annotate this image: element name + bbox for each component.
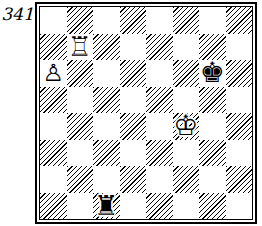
square-c2 bbox=[93, 166, 120, 193]
square-b8 bbox=[67, 7, 94, 34]
square-f8 bbox=[173, 7, 200, 34]
square-c4 bbox=[93, 113, 120, 140]
square-g3 bbox=[199, 140, 226, 167]
square-h2 bbox=[226, 166, 253, 193]
square-g7 bbox=[199, 34, 226, 61]
square-e3 bbox=[146, 140, 173, 167]
square-d5 bbox=[120, 87, 147, 114]
square-g8 bbox=[199, 7, 226, 34]
square-f6 bbox=[173, 60, 200, 87]
square-g4 bbox=[199, 113, 226, 140]
square-b6 bbox=[67, 60, 94, 87]
square-a1 bbox=[40, 193, 67, 220]
chess-diagram: 341 ♖♙♚♔♜ bbox=[0, 0, 262, 226]
square-c5 bbox=[93, 87, 120, 114]
square-f1 bbox=[173, 193, 200, 220]
square-d8 bbox=[120, 7, 147, 34]
square-e2 bbox=[146, 166, 173, 193]
square-h4 bbox=[226, 113, 253, 140]
square-g5 bbox=[199, 87, 226, 114]
square-e6 bbox=[146, 60, 173, 87]
square-e8 bbox=[146, 7, 173, 34]
square-b2 bbox=[67, 166, 94, 193]
diagram-number: 341 bbox=[1, 4, 34, 24]
chess-board: ♖♙♚♔♜ bbox=[40, 7, 252, 219]
square-h7 bbox=[226, 34, 253, 61]
square-b3 bbox=[67, 140, 94, 167]
board-inner-frame: ♖♙♚♔♜ bbox=[39, 6, 253, 220]
square-h8 bbox=[226, 7, 253, 34]
square-h3 bbox=[226, 140, 253, 167]
square-e1 bbox=[146, 193, 173, 220]
square-d1 bbox=[120, 193, 147, 220]
square-h5 bbox=[226, 87, 253, 114]
board-frame: ♖♙♚♔♜ bbox=[35, 2, 257, 224]
black-king-g6: ♚ bbox=[200, 60, 225, 87]
square-g2 bbox=[199, 166, 226, 193]
square-f4: ♔ bbox=[173, 113, 200, 140]
square-f3 bbox=[173, 140, 200, 167]
black-rook-c1: ♜ bbox=[94, 193, 118, 220]
square-a3 bbox=[40, 140, 67, 167]
square-b4 bbox=[67, 113, 94, 140]
square-h1 bbox=[226, 193, 253, 220]
square-c3 bbox=[93, 140, 120, 167]
square-g6: ♚ bbox=[199, 60, 226, 87]
square-d2 bbox=[120, 166, 147, 193]
square-a8 bbox=[40, 7, 67, 34]
square-a5 bbox=[40, 87, 67, 114]
square-a4 bbox=[40, 113, 67, 140]
square-e5 bbox=[146, 87, 173, 114]
square-f7 bbox=[173, 34, 200, 61]
white-king-f4: ♔ bbox=[173, 113, 198, 140]
square-a2 bbox=[40, 166, 67, 193]
square-d3 bbox=[120, 140, 147, 167]
square-g1 bbox=[199, 193, 226, 220]
square-h6 bbox=[226, 60, 253, 87]
square-f2 bbox=[173, 166, 200, 193]
square-c7 bbox=[93, 34, 120, 61]
square-d7 bbox=[120, 34, 147, 61]
square-d6 bbox=[120, 60, 147, 87]
square-b1 bbox=[67, 193, 94, 220]
square-a7 bbox=[40, 34, 67, 61]
square-c8 bbox=[93, 7, 120, 34]
white-rook-b7: ♖ bbox=[68, 34, 92, 61]
square-b5 bbox=[67, 87, 94, 114]
square-e4 bbox=[146, 113, 173, 140]
square-e7 bbox=[146, 34, 173, 61]
square-b7: ♖ bbox=[67, 34, 94, 61]
square-a6: ♙ bbox=[40, 60, 67, 87]
square-c1: ♜ bbox=[93, 193, 120, 220]
square-f5 bbox=[173, 87, 200, 114]
square-d4 bbox=[120, 113, 147, 140]
square-c6 bbox=[93, 60, 120, 87]
white-pawn-a6: ♙ bbox=[42, 60, 64, 87]
